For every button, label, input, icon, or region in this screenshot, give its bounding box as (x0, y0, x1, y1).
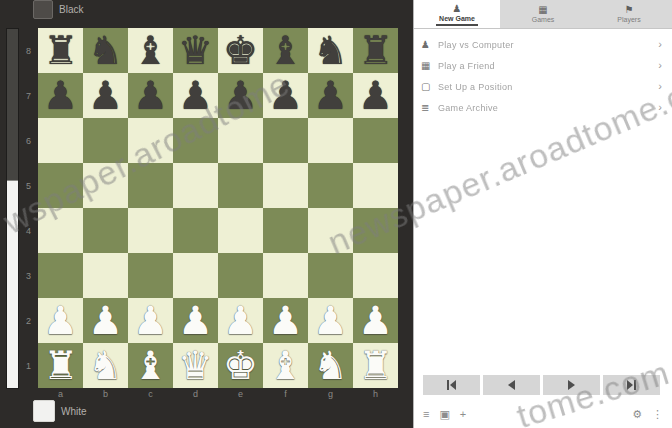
white-pawn[interactable]: ♟ (353, 298, 398, 343)
square-d6[interactable] (173, 118, 218, 163)
archive-icon: ≣ (421, 102, 438, 113)
chess-app: Black 87654321 ♜♞♝♛♚♝♞♜♟♟♟♟♟♟♟♟♟♟♟♟♟♟♟♟♜… (0, 0, 672, 428)
file-label: f (263, 389, 308, 402)
square-g1[interactable]: ♞ (308, 343, 353, 388)
square-a4[interactable] (38, 208, 83, 253)
tab-label: Games (532, 16, 555, 24)
white-pawn[interactable]: ♟ (308, 298, 353, 343)
white-pawn[interactable]: ♟ (263, 298, 308, 343)
add-icon[interactable]: + (460, 408, 466, 420)
square-d3[interactable] (173, 253, 218, 298)
rank-label: 6 (22, 118, 35, 163)
white-bishop[interactable]: ♝ (263, 343, 308, 388)
square-a6[interactable] (38, 118, 83, 163)
menu-item-play-a-friend[interactable]: ▦Play a Friend› (414, 55, 672, 76)
square-c1[interactable]: ♝ (128, 343, 173, 388)
black-pawn[interactable]: ♟ (218, 73, 263, 118)
white-knight[interactable]: ♞ (308, 343, 353, 388)
white-bishop[interactable]: ♝ (128, 343, 173, 388)
square-d8[interactable]: ♛ (173, 28, 218, 73)
chevron-right-icon: › (658, 102, 662, 113)
file-label: h (353, 389, 398, 402)
black-pawn[interactable]: ♟ (263, 73, 308, 118)
square-c4[interactable] (128, 208, 173, 253)
square-a7[interactable]: ♟ (38, 73, 83, 118)
black-queen[interactable]: ♛ (173, 28, 218, 73)
square-e4[interactable] (218, 208, 263, 253)
side-panel: ♟New Game▦Games⚑Players ♟Play vs Compute… (413, 0, 672, 428)
tab-label: Players (617, 16, 640, 24)
square-a8[interactable]: ♜ (38, 28, 83, 73)
file-label: b (83, 389, 128, 402)
square-d7[interactable]: ♟ (173, 73, 218, 118)
square-e1[interactable]: ♚ (218, 343, 263, 388)
square-h8[interactable]: ♜ (353, 28, 398, 73)
tab-games[interactable]: ▦Games (500, 0, 586, 28)
square-g8[interactable]: ♞ (308, 28, 353, 73)
white-pawn[interactable]: ♟ (218, 298, 263, 343)
panel-menu: ♟Play vs Computer›▦Play a Friend›▢Set Up… (414, 29, 672, 118)
square-d5[interactable] (173, 163, 218, 208)
square-f8[interactable]: ♝ (263, 28, 308, 73)
square-b3[interactable] (83, 253, 128, 298)
square-b8[interactable]: ♞ (83, 28, 128, 73)
flip-board-icon[interactable]: ≡ (423, 408, 429, 420)
rank-label: 7 (22, 73, 35, 118)
file-label: g (308, 389, 353, 402)
square-e3[interactable] (218, 253, 263, 298)
square-b5[interactable] (83, 163, 128, 208)
square-c2[interactable]: ♟ (128, 298, 173, 343)
square-h5[interactable] (353, 163, 398, 208)
square-a3[interactable] (38, 253, 83, 298)
tab-new-game[interactable]: ♟New Game (414, 0, 500, 28)
square-b1[interactable]: ♞ (83, 343, 128, 388)
menu-item-label: Set Up a Position (438, 82, 658, 92)
square-f6[interactable] (263, 118, 308, 163)
white-rook[interactable]: ♜ (38, 343, 83, 388)
black-rook[interactable]: ♜ (38, 28, 83, 73)
square-b4[interactable] (83, 208, 128, 253)
settings-gear-icon[interactable]: ⚙ (632, 408, 642, 420)
black-pawn[interactable]: ♟ (83, 73, 128, 118)
board-icon: ▦ (538, 4, 547, 15)
white-player-avatar (33, 400, 55, 422)
menu-item-set-up-a-position[interactable]: ▢Set Up a Position› (414, 76, 672, 97)
square-h3[interactable] (353, 253, 398, 298)
square-d1[interactable]: ♛ (173, 343, 218, 388)
white-rook[interactable]: ♜ (353, 343, 398, 388)
black-king[interactable]: ♚ (218, 28, 263, 73)
black-player-avatar (33, 0, 53, 19)
square-f2[interactable]: ♟ (263, 298, 308, 343)
black-knight[interactable]: ♞ (83, 28, 128, 73)
go-to-end-button[interactable] (603, 375, 660, 395)
black-pawn[interactable]: ♟ (308, 73, 353, 118)
pawn-icon: ♟ (421, 39, 438, 50)
more-options-icon[interactable]: ⋮ (652, 408, 663, 420)
chevron-right-icon: › (658, 60, 662, 71)
square-c3[interactable] (128, 253, 173, 298)
panel-spacer (414, 118, 672, 375)
rank-label: 4 (22, 208, 35, 253)
square-h7[interactable]: ♟ (353, 73, 398, 118)
panel-tabs: ♟New Game▦Games⚑Players (414, 0, 672, 29)
white-pawn[interactable]: ♟ (173, 298, 218, 343)
square-f7[interactable]: ♟ (263, 73, 308, 118)
forward-button[interactable] (543, 375, 600, 395)
panel-footer: ≡▣+⚙⋮ (414, 400, 672, 428)
black-bishop[interactable]: ♝ (263, 28, 308, 73)
setup-icon: ▢ (421, 81, 438, 92)
menu-item-label: Play a Friend (438, 61, 658, 71)
top-player-bar: Black (33, 0, 83, 20)
black-player-name: Black (59, 4, 83, 15)
square-f5[interactable] (263, 163, 308, 208)
menu-item-label: Play vs Computer (438, 40, 658, 50)
white-king[interactable]: ♚ (218, 343, 263, 388)
pawn-icon: ♟ (453, 3, 462, 14)
square-a1[interactable]: ♜ (38, 343, 83, 388)
black-pawn[interactable]: ♟ (173, 73, 218, 118)
square-f4[interactable] (263, 208, 308, 253)
black-rook[interactable]: ♜ (353, 28, 398, 73)
square-b2[interactable]: ♟ (83, 298, 128, 343)
black-knight[interactable]: ♞ (308, 28, 353, 73)
rank-coordinates: 87654321 (22, 28, 35, 388)
rank-label: 1 (22, 343, 35, 388)
menu-item-game-archive[interactable]: ≣Game Archive› (414, 97, 672, 118)
rank-label: 3 (22, 253, 35, 298)
square-g3[interactable] (308, 253, 353, 298)
chevron-right-icon: › (658, 39, 662, 50)
square-f3[interactable] (263, 253, 308, 298)
black-pawn[interactable]: ♟ (38, 73, 83, 118)
square-e5[interactable] (218, 163, 263, 208)
board-pane: Black 87654321 ♜♞♝♛♚♝♞♜♟♟♟♟♟♟♟♟♟♟♟♟♟♟♟♟♜… (0, 0, 413, 428)
square-h1[interactable]: ♜ (353, 343, 398, 388)
rank-label: 5 (22, 163, 35, 208)
square-e2[interactable]: ♟ (218, 298, 263, 343)
square-c6[interactable] (128, 118, 173, 163)
square-c7[interactable]: ♟ (128, 73, 173, 118)
square-g5[interactable] (308, 163, 353, 208)
evaluation-bar-black-part (7, 29, 18, 181)
square-d4[interactable] (173, 208, 218, 253)
square-d2[interactable]: ♟ (173, 298, 218, 343)
chevron-right-icon: › (658, 81, 662, 92)
square-g6[interactable] (308, 118, 353, 163)
evaluation-bar (6, 28, 19, 389)
tab-label: New Game (436, 15, 478, 26)
square-h2[interactable]: ♟ (353, 298, 398, 343)
board-icon: ▦ (421, 60, 438, 71)
back-button[interactable] (483, 375, 540, 395)
black-pawn[interactable]: ♟ (353, 73, 398, 118)
go-to-start-button[interactable] (423, 375, 480, 395)
square-f1[interactable]: ♝ (263, 343, 308, 388)
square-c5[interactable] (128, 163, 173, 208)
square-e7[interactable]: ♟ (218, 73, 263, 118)
menu-item-play-vs-computer[interactable]: ♟Play vs Computer› (414, 34, 672, 55)
square-g2[interactable]: ♟ (308, 298, 353, 343)
square-g4[interactable] (308, 208, 353, 253)
white-pawn[interactable]: ♟ (83, 298, 128, 343)
square-e8[interactable]: ♚ (218, 28, 263, 73)
white-queen[interactable]: ♛ (173, 343, 218, 388)
square-b6[interactable] (83, 118, 128, 163)
file-label: c (128, 389, 173, 402)
chess-board[interactable]: ♜♞♝♛♚♝♞♜♟♟♟♟♟♟♟♟♟♟♟♟♟♟♟♟♜♞♝♛♚♝♞♜ (38, 28, 398, 388)
move-playback-controls (423, 375, 660, 395)
file-label: e (218, 389, 263, 402)
white-pawn[interactable]: ♟ (38, 298, 83, 343)
black-pawn[interactable]: ♟ (128, 73, 173, 118)
square-a2[interactable]: ♟ (38, 298, 83, 343)
square-h4[interactable] (353, 208, 398, 253)
bottom-player-bar: White (33, 399, 87, 423)
flag-icon: ⚑ (625, 4, 634, 15)
white-knight[interactable]: ♞ (83, 343, 128, 388)
square-c8[interactable]: ♝ (128, 28, 173, 73)
rank-label: 2 (22, 298, 35, 343)
black-bishop[interactable]: ♝ (128, 28, 173, 73)
square-a5[interactable] (38, 163, 83, 208)
file-coordinates: abcdefgh (38, 389, 398, 402)
square-e6[interactable] (218, 118, 263, 163)
explorer-icon[interactable]: ▣ (439, 408, 449, 420)
rank-label: 8 (22, 28, 35, 73)
menu-item-label: Game Archive (438, 103, 658, 113)
square-b7[interactable]: ♟ (83, 73, 128, 118)
square-g7[interactable]: ♟ (308, 73, 353, 118)
tab-players[interactable]: ⚑Players (586, 0, 672, 28)
square-h6[interactable] (353, 118, 398, 163)
white-player-name: White (61, 406, 87, 417)
white-pawn[interactable]: ♟ (128, 298, 173, 343)
file-label: d (173, 389, 218, 402)
